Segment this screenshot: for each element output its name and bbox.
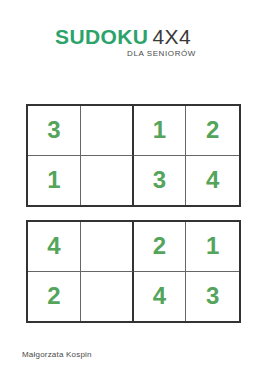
sudoku-cell-r1c4: 2 [186,106,239,156]
sudoku-cell-r1c2[interactable] [81,106,134,156]
sudoku-cell-r3c1: 4 [28,222,81,272]
sudoku-cell-r4c1: 2 [28,272,81,322]
author-credit: Małgorzata Kospin [22,350,92,359]
sudoku-cell-r1c3: 1 [134,106,187,156]
page-title: SUDOKU4X4 [55,25,191,49]
title-sudoku: SUDOKU [55,25,148,48]
sudoku-cell-r2c2[interactable] [81,156,134,206]
title-grid-size: 4X4 [152,25,191,48]
sudoku-cell-r2c1: 1 [28,156,81,206]
subtitle-dla-seniorow: DLA SENIORÓW [127,49,196,58]
sudoku-cell-r3c3: 2 [134,222,187,272]
sudoku-cell-r4c3: 4 [134,272,187,322]
sudoku-cell-r1c1: 3 [28,106,81,156]
sudoku-cell-r2c3: 3 [134,156,187,206]
sudoku-cell-r4c4: 3 [186,272,239,322]
sudoku-board-bottom-half: 4 2 1 2 4 3 [26,220,241,323]
sudoku-cell-r3c2[interactable] [81,222,134,272]
sudoku-board-top-half: 3 1 2 1 3 4 [26,104,241,207]
sudoku-cell-r2c4: 4 [186,156,239,206]
sudoku-cell-r3c4: 1 [186,222,239,272]
puzzle-page: SUDOKU4X4 DLA SENIORÓW 3 1 2 1 3 4 4 2 1… [0,0,256,390]
sudoku-cell-r4c2[interactable] [81,272,134,322]
